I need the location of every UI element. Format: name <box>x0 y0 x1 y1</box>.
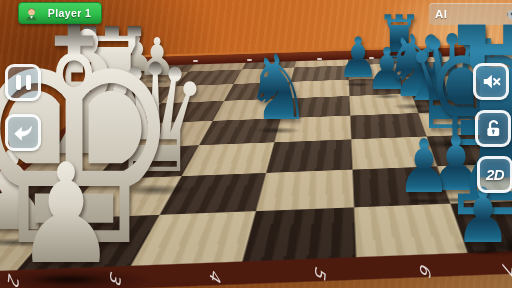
undo-arrow-icon <box>12 122 34 144</box>
view-2d-label: 2D <box>486 166 504 183</box>
robot-icon <box>506 5 512 23</box>
padlock-open-icon <box>483 118 504 139</box>
player-avatar-icon <box>24 5 39 22</box>
square[interactable] <box>243 207 355 261</box>
speaker-muted-icon <box>481 71 502 92</box>
pause-button[interactable] <box>5 64 41 101</box>
piece-glyph: ♞ <box>245 43 311 133</box>
ai-badge: AI <box>429 3 512 25</box>
piece-glyph: ♟ <box>15 146 116 284</box>
lock-button[interactable] <box>475 110 511 147</box>
undo-button[interactable] <box>5 114 41 151</box>
game-screen: ♜♟♟♟♟♞♝♟♜♞♛♚♝♛♟♟♜♟♚♟♟ 234567 Player 1 AI <box>0 0 512 288</box>
piece-blue-knight[interactable]: ♞ <box>238 43 319 133</box>
square[interactable] <box>266 140 351 173</box>
mute-button[interactable] <box>473 63 509 100</box>
ai-name: AI <box>435 8 448 20</box>
square[interactable] <box>256 169 353 211</box>
player-badge: Player 1 <box>18 2 102 24</box>
pause-icon <box>16 75 31 90</box>
piece-white-pawn[interactable]: ♟ <box>4 146 128 284</box>
player-name: Player 1 <box>48 7 91 19</box>
view-2d-button[interactable]: 2D <box>477 156 512 193</box>
